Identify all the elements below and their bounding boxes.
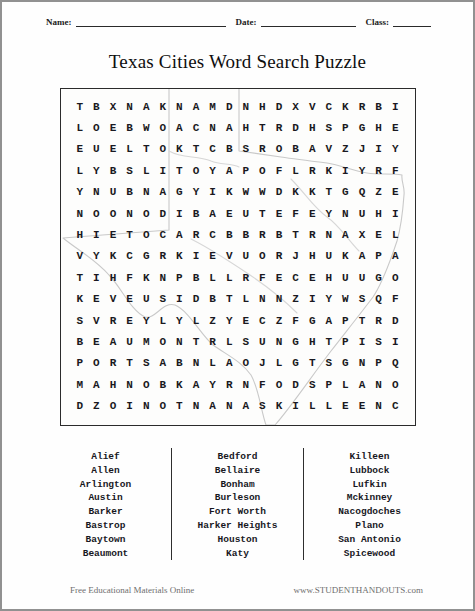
grid-cell[interactable]: E bbox=[238, 310, 255, 331]
grid-cell[interactable]: A bbox=[304, 139, 321, 160]
grid-cell[interactable]: O bbox=[88, 203, 105, 224]
grid-cell[interactable]: N bbox=[254, 289, 271, 310]
grid-cell[interactable]: B bbox=[238, 224, 255, 245]
grid-cell[interactable]: T bbox=[171, 160, 188, 181]
grid-cell[interactable]: R bbox=[254, 224, 271, 245]
grid-cell[interactable]: L bbox=[238, 289, 255, 310]
grid-cell[interactable]: G bbox=[354, 117, 371, 138]
grid-cell[interactable]: N bbox=[321, 224, 338, 245]
grid-cell[interactable]: L bbox=[72, 160, 89, 181]
grid-cell[interactable]: I bbox=[88, 224, 105, 245]
grid-cell[interactable]: F bbox=[254, 267, 271, 288]
grid-cell[interactable]: S bbox=[121, 160, 138, 181]
grid-cell[interactable]: O bbox=[88, 353, 105, 374]
grid-cell[interactable]: D bbox=[188, 289, 205, 310]
grid-cell[interactable]: L bbox=[155, 310, 172, 331]
grid-cell[interactable]: P bbox=[370, 353, 387, 374]
grid-cell[interactable]: I bbox=[370, 139, 387, 160]
grid-cell[interactable]: U bbox=[88, 139, 105, 160]
grid-cell[interactable]: O bbox=[254, 246, 271, 267]
grid-cell[interactable]: T bbox=[72, 96, 89, 117]
grid-cell[interactable]: P bbox=[72, 353, 89, 374]
grid-cell[interactable]: O bbox=[155, 139, 172, 160]
grid-cell[interactable]: O bbox=[88, 117, 105, 138]
grid-cell[interactable]: Y bbox=[204, 160, 221, 181]
grid-cell[interactable]: K bbox=[337, 246, 354, 267]
grid-cell[interactable]: A bbox=[188, 374, 205, 395]
grid-cell[interactable]: P bbox=[337, 117, 354, 138]
grid-cell[interactable]: L bbox=[304, 396, 321, 417]
grid-cell[interactable]: A bbox=[105, 331, 122, 352]
grid-cell[interactable]: R bbox=[204, 331, 221, 352]
grid-cell[interactable]: B bbox=[121, 182, 138, 203]
grid-cell[interactable]: E bbox=[88, 331, 105, 352]
grid-cell[interactable]: L bbox=[221, 331, 238, 352]
grid-cell[interactable]: B bbox=[370, 96, 387, 117]
grid-cell[interactable]: S bbox=[354, 289, 371, 310]
grid-cell[interactable]: N bbox=[138, 182, 155, 203]
grid-cell[interactable]: U bbox=[238, 246, 255, 267]
grid-cell[interactable]: F bbox=[121, 267, 138, 288]
grid-cell[interactable]: N bbox=[370, 374, 387, 395]
grid-cell[interactable]: G bbox=[337, 353, 354, 374]
grid-cell[interactable]: H bbox=[304, 331, 321, 352]
grid-cell[interactable]: H bbox=[105, 374, 122, 395]
grid-cell[interactable]: E bbox=[121, 289, 138, 310]
grid-cell[interactable]: G bbox=[370, 267, 387, 288]
grid-cell[interactable]: X bbox=[105, 96, 122, 117]
grid-cell[interactable]: I bbox=[204, 182, 221, 203]
grid-cell[interactable]: E bbox=[271, 203, 288, 224]
grid-cell[interactable]: V bbox=[72, 246, 89, 267]
grid-cell[interactable]: Y bbox=[221, 310, 238, 331]
grid-cell[interactable]: C bbox=[121, 246, 138, 267]
grid-cell[interactable]: O bbox=[238, 353, 255, 374]
grid-cell[interactable]: N bbox=[238, 374, 255, 395]
grid-cell[interactable]: B bbox=[188, 267, 205, 288]
grid-cell[interactable]: A bbox=[88, 374, 105, 395]
grid-cell[interactable]: C bbox=[287, 267, 304, 288]
grid-cell[interactable]: O bbox=[387, 267, 404, 288]
grid-cell[interactable]: K bbox=[105, 246, 122, 267]
grid-cell[interactable]: A bbox=[155, 182, 172, 203]
grid-cell[interactable]: N bbox=[171, 96, 188, 117]
grid-cell[interactable]: U bbox=[354, 267, 371, 288]
grid-cell[interactable]: C bbox=[254, 310, 271, 331]
grid-cell[interactable]: K bbox=[72, 289, 89, 310]
grid-cell[interactable]: Y bbox=[321, 289, 338, 310]
grid-cell[interactable]: D bbox=[271, 96, 288, 117]
grid-cell[interactable]: C bbox=[387, 396, 404, 417]
grid-cell[interactable]: D bbox=[221, 96, 238, 117]
grid-cell[interactable]: L bbox=[321, 396, 338, 417]
grid-cell[interactable]: G bbox=[337, 182, 354, 203]
grid-cell[interactable]: I bbox=[387, 96, 404, 117]
grid-cell[interactable]: F bbox=[287, 203, 304, 224]
grid-cell[interactable]: Q bbox=[370, 289, 387, 310]
grid-cell[interactable]: N bbox=[204, 117, 221, 138]
grid-cell[interactable]: S bbox=[254, 396, 271, 417]
grid-cell[interactable]: W bbox=[254, 182, 271, 203]
grid-cell[interactable]: K bbox=[221, 182, 238, 203]
grid-cell[interactable]: N bbox=[238, 96, 255, 117]
grid-cell[interactable]: L bbox=[121, 139, 138, 160]
grid-cell[interactable]: R bbox=[238, 267, 255, 288]
grid-cell[interactable]: V bbox=[321, 139, 338, 160]
grid-cell[interactable]: T bbox=[121, 353, 138, 374]
grid-cell[interactable]: E bbox=[72, 139, 89, 160]
grid-cell[interactable]: M bbox=[72, 374, 89, 395]
grid-cell[interactable]: L bbox=[188, 310, 205, 331]
grid-cell[interactable]: A bbox=[221, 160, 238, 181]
grid-cell[interactable]: B bbox=[72, 331, 89, 352]
grid-cell[interactable]: E bbox=[370, 224, 387, 245]
grid-cell[interactable]: N bbox=[155, 267, 172, 288]
grid-cell[interactable]: I bbox=[155, 160, 172, 181]
grid-cell[interactable]: I bbox=[171, 203, 188, 224]
grid-cell[interactable]: O bbox=[138, 374, 155, 395]
grid-cell[interactable]: Y bbox=[72, 182, 89, 203]
grid-cell[interactable]: T bbox=[254, 117, 271, 138]
grid-cell[interactable]: F bbox=[387, 160, 404, 181]
grid-cell[interactable]: L bbox=[204, 267, 221, 288]
grid-cell[interactable]: U bbox=[121, 331, 138, 352]
grid-cell[interactable]: J bbox=[287, 246, 304, 267]
grid-cell[interactable]: A bbox=[204, 396, 221, 417]
grid-cell[interactable]: E bbox=[88, 289, 105, 310]
grid-cell[interactable]: R bbox=[254, 139, 271, 160]
grid-cell[interactable]: E bbox=[337, 396, 354, 417]
grid-cell[interactable]: H bbox=[105, 267, 122, 288]
grid-cell[interactable]: S bbox=[72, 310, 89, 331]
grid-cell[interactable]: E bbox=[304, 203, 321, 224]
grid-cell[interactable]: Z bbox=[88, 396, 105, 417]
grid-cell[interactable]: N bbox=[271, 289, 288, 310]
grid-cell[interactable]: H bbox=[254, 96, 271, 117]
grid-cell[interactable]: A bbox=[204, 203, 221, 224]
grid-cell[interactable]: Y bbox=[171, 310, 188, 331]
grid-cell[interactable]: Y bbox=[188, 182, 205, 203]
grid-cell[interactable]: H bbox=[238, 117, 255, 138]
grid-cell[interactable]: I bbox=[171, 289, 188, 310]
grid-cell[interactable]: S bbox=[155, 289, 172, 310]
grid-cell[interactable]: B bbox=[221, 139, 238, 160]
grid-cell[interactable]: I bbox=[287, 396, 304, 417]
grid-cell[interactable]: V bbox=[88, 310, 105, 331]
grid-cell[interactable]: N bbox=[171, 331, 188, 352]
grid-cell[interactable]: E bbox=[105, 224, 122, 245]
grid-cell[interactable]: N bbox=[121, 374, 138, 395]
grid-cell[interactable]: E bbox=[105, 117, 122, 138]
grid-cell[interactable]: H bbox=[370, 117, 387, 138]
grid-cell[interactable]: C bbox=[204, 139, 221, 160]
grid-cell[interactable]: K bbox=[287, 182, 304, 203]
grid-cell[interactable]: Y bbox=[354, 160, 371, 181]
grid-cell[interactable]: O bbox=[155, 117, 172, 138]
grid-cell[interactable]: D bbox=[287, 117, 304, 138]
grid-cell[interactable]: B bbox=[171, 353, 188, 374]
grid-cell[interactable]: M bbox=[204, 96, 221, 117]
grid-cell[interactable]: X bbox=[287, 96, 304, 117]
grid-cell[interactable]: P bbox=[238, 160, 255, 181]
grid-cell[interactable]: Z bbox=[337, 139, 354, 160]
grid-cell[interactable]: T bbox=[254, 203, 271, 224]
grid-cell[interactable]: S bbox=[238, 139, 255, 160]
grid-cell[interactable]: O bbox=[105, 396, 122, 417]
grid-cell[interactable]: T bbox=[354, 310, 371, 331]
grid-cell[interactable]: R bbox=[370, 310, 387, 331]
grid-cell[interactable]: N bbox=[138, 396, 155, 417]
grid-cell[interactable]: T bbox=[72, 267, 89, 288]
grid-cell[interactable]: O bbox=[138, 203, 155, 224]
grid-cell[interactable]: A bbox=[138, 96, 155, 117]
grid-cell[interactable]: I bbox=[88, 267, 105, 288]
grid-cell[interactable]: B bbox=[287, 139, 304, 160]
grid-cell[interactable]: Y bbox=[88, 246, 105, 267]
grid-cell[interactable]: A bbox=[171, 224, 188, 245]
grid-cell[interactable]: T bbox=[171, 396, 188, 417]
grid-cell[interactable]: I bbox=[387, 203, 404, 224]
grid-cell[interactable]: U bbox=[254, 331, 271, 352]
grid-cell[interactable]: A bbox=[354, 246, 371, 267]
grid-cell[interactable]: W bbox=[337, 289, 354, 310]
grid-cell[interactable]: A bbox=[354, 374, 371, 395]
grid-cell[interactable]: A bbox=[238, 396, 255, 417]
grid-cell[interactable]: T bbox=[287, 224, 304, 245]
grid-cell[interactable]: Y bbox=[138, 310, 155, 331]
grid-cell[interactable]: Z bbox=[204, 310, 221, 331]
grid-cell[interactable]: B bbox=[188, 203, 205, 224]
grid-cell[interactable]: A bbox=[188, 96, 205, 117]
grid-cell[interactable]: P bbox=[337, 331, 354, 352]
grid-cell[interactable]: K bbox=[337, 96, 354, 117]
grid-cell[interactable]: B bbox=[105, 160, 122, 181]
grid-cell[interactable]: O bbox=[254, 160, 271, 181]
grid-cell[interactable]: B bbox=[204, 289, 221, 310]
grid-cell[interactable]: R bbox=[271, 117, 288, 138]
grid-cell[interactable]: L bbox=[287, 160, 304, 181]
grid-cell[interactable]: E bbox=[121, 310, 138, 331]
grid-cell[interactable]: W bbox=[138, 117, 155, 138]
grid-cell[interactable]: O bbox=[105, 203, 122, 224]
grid-cell[interactable]: N bbox=[221, 396, 238, 417]
grid-cell[interactable]: U bbox=[238, 203, 255, 224]
grid-cell[interactable]: I bbox=[304, 289, 321, 310]
grid-cell[interactable]: T bbox=[138, 139, 155, 160]
grid-cell[interactable]: E bbox=[387, 117, 404, 138]
grid-cell[interactable]: N bbox=[271, 331, 288, 352]
grid-cell[interactable]: V bbox=[221, 246, 238, 267]
grid-cell[interactable]: D bbox=[287, 374, 304, 395]
grid-cell[interactable]: C bbox=[188, 117, 205, 138]
grid-cell[interactable]: T bbox=[188, 331, 205, 352]
grid-cell[interactable]: S bbox=[370, 331, 387, 352]
grid-cell[interactable]: Q bbox=[387, 353, 404, 374]
grid-cell[interactable]: R bbox=[370, 160, 387, 181]
grid-cell[interactable]: R bbox=[304, 224, 321, 245]
grid-cell[interactable]: C bbox=[204, 224, 221, 245]
grid-cell[interactable]: B bbox=[221, 224, 238, 245]
grid-cell[interactable]: W bbox=[238, 182, 255, 203]
grid-cell[interactable]: R bbox=[271, 246, 288, 267]
grid-cell[interactable]: G bbox=[171, 182, 188, 203]
grid-cell[interactable]: Y bbox=[387, 139, 404, 160]
grid-cell[interactable]: N bbox=[370, 396, 387, 417]
grid-cell[interactable]: F bbox=[254, 374, 271, 395]
grid-cell[interactable]: J bbox=[354, 139, 371, 160]
grid-cell[interactable]: R bbox=[105, 353, 122, 374]
grid-cell[interactable]: N bbox=[121, 96, 138, 117]
grid-cell[interactable]: E bbox=[304, 267, 321, 288]
grid-cell[interactable]: H bbox=[304, 246, 321, 267]
grid-cell[interactable]: A bbox=[221, 117, 238, 138]
grid-cell[interactable]: O bbox=[188, 160, 205, 181]
grid-cell[interactable]: R bbox=[188, 224, 205, 245]
grid-cell[interactable]: R bbox=[221, 374, 238, 395]
grid-cell[interactable]: D bbox=[387, 310, 404, 331]
grid-cell[interactable]: Z bbox=[271, 310, 288, 331]
grid-cell[interactable]: K bbox=[171, 139, 188, 160]
grid-cell[interactable]: O bbox=[155, 396, 172, 417]
grid-cell[interactable]: U bbox=[105, 182, 122, 203]
grid-cell[interactable]: R bbox=[105, 310, 122, 331]
grid-cell[interactable]: K bbox=[304, 182, 321, 203]
grid-cell[interactable]: O bbox=[155, 331, 172, 352]
grid-cell[interactable]: B bbox=[88, 96, 105, 117]
grid-cell[interactable]: P bbox=[337, 310, 354, 331]
grid-cell[interactable]: H bbox=[72, 224, 89, 245]
grid-cell[interactable]: A bbox=[221, 353, 238, 374]
grid-cell[interactable]: S bbox=[321, 353, 338, 374]
grid-cell[interactable]: U bbox=[321, 246, 338, 267]
grid-cell[interactable]: S bbox=[238, 331, 255, 352]
grid-cell[interactable]: O bbox=[138, 224, 155, 245]
grid-cell[interactable]: Y bbox=[88, 160, 105, 181]
grid-cell[interactable]: O bbox=[271, 139, 288, 160]
grid-cell[interactable]: F bbox=[271, 160, 288, 181]
grid-cell[interactable]: L bbox=[72, 117, 89, 138]
grid-cell[interactable]: F bbox=[287, 310, 304, 331]
grid-cell[interactable]: B bbox=[155, 374, 172, 395]
grid-cell[interactable]: N bbox=[188, 353, 205, 374]
grid-cell[interactable]: E bbox=[354, 396, 371, 417]
grid-cell[interactable]: G bbox=[287, 353, 304, 374]
grid-cell[interactable]: Y bbox=[321, 203, 338, 224]
grid-cell[interactable]: A bbox=[155, 353, 172, 374]
grid-cell[interactable]: T bbox=[321, 331, 338, 352]
grid-cell[interactable]: C bbox=[155, 224, 172, 245]
grid-cell[interactable]: P bbox=[370, 246, 387, 267]
grid-cell[interactable]: L bbox=[221, 267, 238, 288]
grid-cell[interactable]: H bbox=[304, 117, 321, 138]
grid-cell[interactable]: R bbox=[304, 160, 321, 181]
grid-cell[interactable]: B bbox=[121, 117, 138, 138]
grid-cell[interactable]: T bbox=[321, 182, 338, 203]
grid-cell[interactable]: Z bbox=[370, 182, 387, 203]
grid-cell[interactable]: A bbox=[171, 117, 188, 138]
grid-cell[interactable]: K bbox=[321, 160, 338, 181]
grid-cell[interactable]: U bbox=[337, 267, 354, 288]
grid-cell[interactable]: E bbox=[221, 203, 238, 224]
grid-cell[interactable]: K bbox=[171, 374, 188, 395]
grid-cell[interactable]: R bbox=[354, 96, 371, 117]
grid-cell[interactable]: C bbox=[321, 96, 338, 117]
grid-cell[interactable]: I bbox=[337, 160, 354, 181]
grid-cell[interactable]: G bbox=[304, 310, 321, 331]
grid-cell[interactable]: L bbox=[138, 160, 155, 181]
grid-cell[interactable]: I bbox=[387, 331, 404, 352]
grid-cell[interactable]: P bbox=[171, 267, 188, 288]
grid-cell[interactable]: E bbox=[387, 182, 404, 203]
grid-cell[interactable]: T bbox=[304, 353, 321, 374]
grid-cell[interactable]: Q bbox=[354, 182, 371, 203]
grid-cell[interactable]: T bbox=[188, 139, 205, 160]
grid-cell[interactable]: R bbox=[155, 246, 172, 267]
grid-cell[interactable]: J bbox=[254, 353, 271, 374]
grid-cell[interactable]: A bbox=[387, 246, 404, 267]
grid-cell[interactable]: N bbox=[337, 203, 354, 224]
grid-cell[interactable]: N bbox=[121, 203, 138, 224]
grid-cell[interactable]: Z bbox=[287, 289, 304, 310]
grid-cell[interactable]: N bbox=[354, 353, 371, 374]
grid-cell[interactable]: E bbox=[204, 246, 221, 267]
grid-cell[interactable]: P bbox=[321, 374, 338, 395]
grid-cell[interactable]: F bbox=[387, 289, 404, 310]
grid-cell[interactable]: H bbox=[321, 267, 338, 288]
grid-cell[interactable]: S bbox=[138, 353, 155, 374]
grid-cell[interactable]: N bbox=[88, 182, 105, 203]
grid-cell[interactable]: V bbox=[304, 96, 321, 117]
grid-cell[interactable]: D bbox=[271, 182, 288, 203]
grid-cell[interactable]: A bbox=[321, 310, 338, 331]
grid-cell[interactable]: I bbox=[121, 396, 138, 417]
grid-cell[interactable]: K bbox=[271, 396, 288, 417]
grid-cell[interactable]: V bbox=[105, 289, 122, 310]
grid-cell[interactable]: G bbox=[287, 331, 304, 352]
grid-cell[interactable]: L bbox=[337, 374, 354, 395]
grid-cell[interactable]: I bbox=[188, 246, 205, 267]
grid-cell[interactable]: O bbox=[387, 374, 404, 395]
grid-cell[interactable]: S bbox=[304, 374, 321, 395]
grid-cell[interactable]: T bbox=[221, 289, 238, 310]
grid-cell[interactable]: G bbox=[138, 246, 155, 267]
grid-cell[interactable]: E bbox=[105, 139, 122, 160]
grid-cell[interactable]: O bbox=[271, 374, 288, 395]
grid-cell[interactable]: D bbox=[72, 396, 89, 417]
grid-cell[interactable]: L bbox=[204, 353, 221, 374]
grid-cell[interactable]: N bbox=[188, 396, 205, 417]
grid-cell[interactable]: E bbox=[271, 267, 288, 288]
grid-cell[interactable]: L bbox=[387, 224, 404, 245]
grid-cell[interactable]: D bbox=[155, 203, 172, 224]
grid-cell[interactable]: K bbox=[155, 96, 172, 117]
grid-cell[interactable]: S bbox=[321, 117, 338, 138]
grid-cell[interactable]: K bbox=[171, 246, 188, 267]
grid-cell[interactable]: M bbox=[138, 331, 155, 352]
grid-cell[interactable]: U bbox=[354, 203, 371, 224]
grid-cell[interactable]: X bbox=[354, 224, 371, 245]
grid-cell[interactable]: N bbox=[72, 203, 89, 224]
grid-cell[interactable]: Y bbox=[204, 374, 221, 395]
grid-cell[interactable]: A bbox=[337, 224, 354, 245]
grid-cell[interactable]: H bbox=[370, 203, 387, 224]
grid-cell[interactable]: I bbox=[354, 331, 371, 352]
grid-cell[interactable]: K bbox=[138, 267, 155, 288]
grid-cell[interactable]: B bbox=[271, 224, 288, 245]
grid-cell[interactable]: T bbox=[121, 224, 138, 245]
grid-cell[interactable]: L bbox=[271, 353, 288, 374]
grid-cell[interactable]: U bbox=[138, 289, 155, 310]
